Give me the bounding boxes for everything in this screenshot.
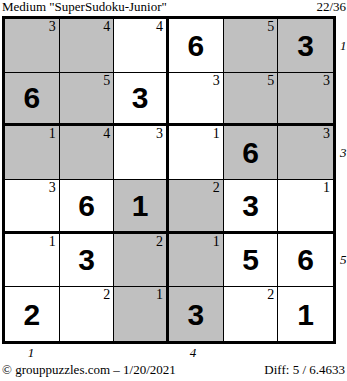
cell-r5c3[interactable]: 2 bbox=[114, 234, 169, 288]
pencil-mark: 3 bbox=[49, 19, 56, 34]
cell-r4c6[interactable]: 1 bbox=[278, 180, 333, 234]
digit: 3 bbox=[224, 180, 278, 231]
cell-r5c1[interactable]: 1 bbox=[5, 234, 60, 288]
cell-r3c4[interactable]: 1 bbox=[169, 126, 224, 180]
pencil-mark: 4 bbox=[103, 19, 110, 34]
cell-r6c4[interactable]: 3 bbox=[169, 287, 224, 341]
cell-r6c6[interactable]: 1 bbox=[278, 287, 333, 341]
cell-r1c2[interactable]: 4 bbox=[60, 19, 115, 73]
difficulty-text: Diff: 5 / 6.4633 bbox=[264, 362, 345, 378]
cell-r3c2[interactable]: 4 bbox=[60, 126, 115, 180]
digit: 1 bbox=[278, 287, 333, 341]
puzzle-page: Medium "SuperSudoku-Junior" 22/36 344653… bbox=[0, 0, 347, 381]
cell-r5c5[interactable]: 5 bbox=[224, 234, 279, 288]
row-hint-label-1: 1 bbox=[340, 39, 347, 53]
pencil-mark: 1 bbox=[213, 234, 220, 249]
cell-r3c1[interactable]: 1 bbox=[5, 126, 60, 180]
cell-r2c1[interactable]: 6 bbox=[5, 73, 60, 127]
column-hint-label-1: 1 bbox=[28, 346, 35, 360]
copyright-text: © grouppuzzles.com – 1/20/2021 bbox=[2, 362, 176, 378]
pencil-mark: 2 bbox=[267, 287, 274, 302]
digit: 3 bbox=[60, 234, 114, 287]
cell-r2c3[interactable]: 3 bbox=[114, 73, 169, 127]
pencil-mark: 5 bbox=[267, 19, 274, 34]
cell-r4c4[interactable]: 2 bbox=[169, 180, 224, 234]
pencil-mark: 3 bbox=[213, 73, 220, 88]
pencil-mark: 5 bbox=[267, 73, 274, 88]
pencil-mark: 3 bbox=[156, 126, 163, 141]
digit: 6 bbox=[278, 234, 333, 287]
digit: 2 bbox=[5, 287, 59, 341]
pencil-mark: 3 bbox=[49, 180, 56, 195]
row-hint-label-3: 3 bbox=[340, 146, 347, 160]
digit: 5 bbox=[224, 234, 278, 287]
cell-r1c5[interactable]: 5 bbox=[224, 19, 279, 73]
cell-r3c5[interactable]: 6 bbox=[224, 126, 279, 180]
cell-r1c1[interactable]: 3 bbox=[5, 19, 60, 73]
pencil-mark: 1 bbox=[213, 126, 220, 141]
cell-r4c2[interactable]: 6 bbox=[60, 180, 115, 234]
pencil-mark: 1 bbox=[49, 234, 56, 249]
cell-r4c1[interactable]: 3 bbox=[5, 180, 60, 234]
digit: 6 bbox=[5, 73, 59, 124]
column-hint-label-4: 4 bbox=[190, 346, 197, 360]
digit: 6 bbox=[224, 126, 278, 179]
pencil-mark: 1 bbox=[156, 287, 163, 302]
digit: 3 bbox=[278, 19, 333, 72]
pencil-mark: 1 bbox=[323, 180, 330, 195]
cell-r1c6[interactable]: 3 bbox=[278, 19, 333, 73]
cell-r2c5[interactable]: 5 bbox=[224, 73, 279, 127]
cell-r5c4[interactable]: 1 bbox=[169, 234, 224, 288]
cell-r6c1[interactable]: 2 bbox=[5, 287, 60, 341]
pencil-mark: 2 bbox=[103, 287, 110, 302]
cell-r2c6[interactable]: 3 bbox=[278, 73, 333, 127]
pencil-mark: 3 bbox=[323, 73, 330, 88]
row-hint-label-5: 5 bbox=[340, 253, 347, 267]
pencil-mark: 5 bbox=[103, 73, 110, 88]
pencil-mark: 4 bbox=[156, 19, 163, 34]
cell-r2c2[interactable]: 5 bbox=[60, 73, 115, 127]
digit: 3 bbox=[169, 287, 223, 341]
cell-r2c4[interactable]: 3 bbox=[169, 73, 224, 127]
cell-r5c6[interactable]: 6 bbox=[278, 234, 333, 288]
page-title: Medium "SuperSudoku-Junior" bbox=[2, 0, 167, 15]
digit: 1 bbox=[114, 180, 166, 231]
cell-r3c6[interactable]: 3 bbox=[278, 126, 333, 180]
progress-counter: 22/36 bbox=[316, 0, 346, 15]
cell-r5c2[interactable]: 3 bbox=[60, 234, 115, 288]
cell-r6c2[interactable]: 2 bbox=[60, 287, 115, 341]
cell-r1c3[interactable]: 4 bbox=[114, 19, 169, 73]
cell-r4c3[interactable]: 1 bbox=[114, 180, 169, 234]
pencil-mark: 3 bbox=[323, 126, 330, 141]
cell-r6c5[interactable]: 2 bbox=[224, 287, 279, 341]
cell-r6c3[interactable]: 1 bbox=[114, 287, 169, 341]
cell-r3c3[interactable]: 3 bbox=[114, 126, 169, 180]
cell-r1c4[interactable]: 6 bbox=[169, 19, 224, 73]
pencil-mark: 2 bbox=[213, 180, 220, 195]
digit: 3 bbox=[114, 73, 166, 124]
pencil-mark: 1 bbox=[49, 126, 56, 141]
digit: 6 bbox=[169, 19, 223, 72]
pencil-mark: 4 bbox=[103, 126, 110, 141]
sudoku-board: 344653653353143163361231132156221321 bbox=[2, 16, 336, 344]
digit: 6 bbox=[60, 180, 114, 231]
pencil-mark: 2 bbox=[156, 234, 163, 249]
cell-r4c5[interactable]: 3 bbox=[224, 180, 279, 234]
